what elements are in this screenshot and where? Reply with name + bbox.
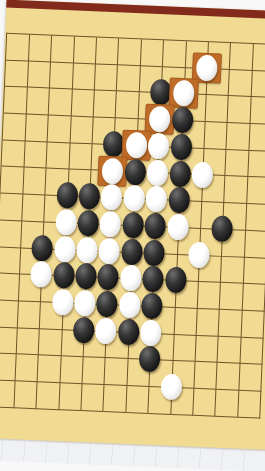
white-stone bbox=[123, 185, 145, 212]
goban bbox=[0, 0, 265, 471]
black-stone bbox=[31, 235, 53, 262]
black-stone bbox=[122, 212, 144, 239]
black-stone bbox=[124, 158, 146, 185]
white-stone bbox=[188, 241, 210, 268]
black-stone bbox=[171, 107, 193, 134]
white-stone bbox=[140, 319, 162, 346]
white-stone bbox=[100, 211, 122, 238]
black-stone bbox=[139, 346, 161, 373]
black-stone bbox=[75, 263, 97, 290]
white-stone bbox=[120, 265, 142, 292]
black-stone bbox=[118, 318, 140, 345]
black-stone bbox=[56, 182, 78, 209]
black-stone bbox=[170, 133, 192, 160]
black-stone bbox=[121, 238, 143, 265]
white-stone bbox=[148, 132, 170, 159]
black-stone bbox=[77, 210, 99, 237]
black-stone bbox=[169, 160, 191, 187]
white-stone bbox=[145, 186, 167, 213]
black-stone bbox=[78, 183, 100, 210]
black-stone bbox=[97, 264, 119, 291]
white-stone bbox=[51, 289, 73, 316]
white-stone bbox=[160, 374, 182, 401]
black-stone bbox=[141, 293, 163, 320]
stones-layer bbox=[0, 0, 265, 471]
black-stone bbox=[144, 213, 166, 240]
black-stone bbox=[168, 187, 190, 214]
white-stone bbox=[95, 317, 117, 344]
white-stone bbox=[30, 261, 52, 288]
white-stone bbox=[55, 209, 77, 236]
white-stone bbox=[167, 213, 189, 240]
white-stone bbox=[147, 159, 169, 186]
white-stone bbox=[54, 235, 76, 262]
black-stone bbox=[73, 316, 95, 343]
white-stone bbox=[191, 161, 213, 188]
black-stone bbox=[164, 267, 186, 294]
white-stone bbox=[101, 184, 123, 211]
black-stone bbox=[142, 266, 164, 293]
white-stone bbox=[119, 292, 141, 319]
white-stone bbox=[74, 290, 96, 317]
black-stone bbox=[143, 239, 165, 266]
black-stone bbox=[211, 215, 233, 242]
white-stone bbox=[76, 236, 98, 263]
board-photo bbox=[0, 0, 265, 471]
black-stone bbox=[96, 291, 118, 318]
black-stone bbox=[53, 262, 75, 289]
white-stone bbox=[98, 237, 120, 264]
